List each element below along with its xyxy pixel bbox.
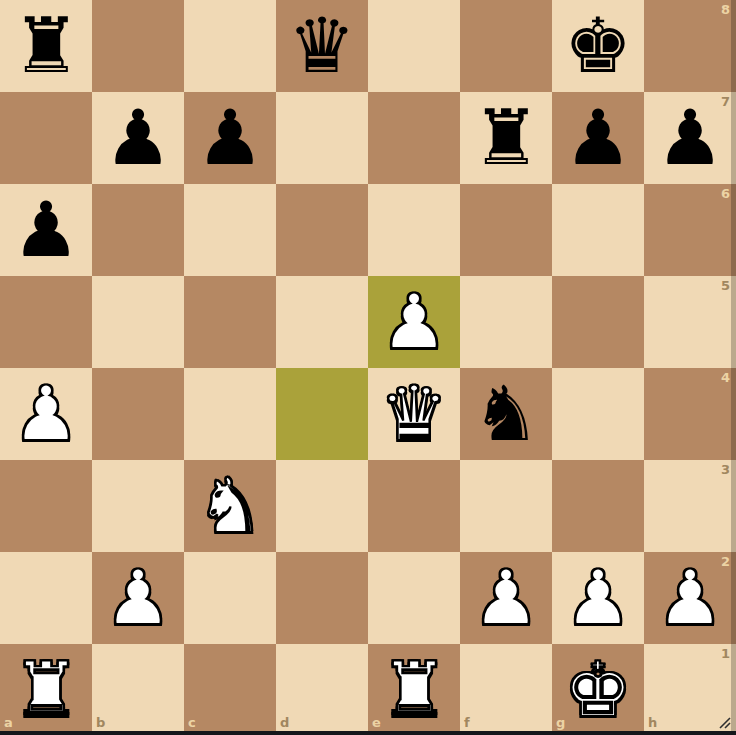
- coord-file-d: d: [280, 716, 289, 729]
- square-f5[interactable]: [460, 276, 552, 368]
- piece-white-rook[interactable]: ♜: [12, 644, 80, 735]
- square-d5[interactable]: [276, 276, 368, 368]
- square-e2[interactable]: [368, 552, 460, 644]
- square-b4[interactable]: [92, 368, 184, 460]
- square-e5[interactable]: ♟: [368, 276, 460, 368]
- square-g2[interactable]: ♟: [552, 552, 644, 644]
- square-b1[interactable]: b: [92, 644, 184, 735]
- square-h4[interactable]: 4: [644, 368, 736, 460]
- piece-white-pawn[interactable]: ♟: [104, 552, 172, 644]
- piece-white-pawn[interactable]: ♟: [472, 552, 540, 644]
- square-b5[interactable]: [92, 276, 184, 368]
- piece-black-queen[interactable]: ♛: [288, 0, 356, 92]
- coord-file-b: b: [96, 716, 105, 729]
- square-d6[interactable]: [276, 184, 368, 276]
- coord-rank-3: 3: [721, 463, 730, 476]
- square-b6[interactable]: [92, 184, 184, 276]
- square-d2[interactable]: [276, 552, 368, 644]
- bottom-bar: [0, 731, 736, 735]
- piece-black-pawn[interactable]: ♟: [656, 92, 724, 184]
- square-h8[interactable]: 8: [644, 0, 736, 92]
- coord-rank-6: 6: [721, 187, 730, 200]
- square-f4[interactable]: ♞: [460, 368, 552, 460]
- square-f6[interactable]: [460, 184, 552, 276]
- square-f7[interactable]: ♜: [460, 92, 552, 184]
- square-a3[interactable]: [0, 460, 92, 552]
- square-g4[interactable]: [552, 368, 644, 460]
- square-c4[interactable]: [184, 368, 276, 460]
- piece-black-pawn[interactable]: ♟: [564, 92, 632, 184]
- square-a6[interactable]: ♟: [0, 184, 92, 276]
- piece-black-pawn[interactable]: ♟: [104, 92, 172, 184]
- piece-black-rook[interactable]: ♜: [12, 0, 80, 92]
- square-d1[interactable]: d: [276, 644, 368, 735]
- square-c5[interactable]: [184, 276, 276, 368]
- square-a2[interactable]: [0, 552, 92, 644]
- square-a7[interactable]: [0, 92, 92, 184]
- square-d4[interactable]: [276, 368, 368, 460]
- square-d3[interactable]: [276, 460, 368, 552]
- square-h5[interactable]: 5: [644, 276, 736, 368]
- square-b3[interactable]: [92, 460, 184, 552]
- square-c6[interactable]: [184, 184, 276, 276]
- square-g1[interactable]: g♚: [552, 644, 644, 735]
- square-a5[interactable]: [0, 276, 92, 368]
- square-g8[interactable]: ♚: [552, 0, 644, 92]
- piece-black-king[interactable]: ♚: [564, 0, 632, 92]
- coord-rank-4: 4: [721, 371, 730, 384]
- coord-file-c: c: [188, 716, 196, 729]
- square-e6[interactable]: [368, 184, 460, 276]
- coord-file-h: h: [648, 716, 657, 729]
- square-a8[interactable]: ♜: [0, 0, 92, 92]
- piece-white-queen[interactable]: ♛: [380, 368, 448, 460]
- piece-white-pawn[interactable]: ♟: [380, 276, 448, 368]
- coord-rank-5: 5: [721, 279, 730, 292]
- coord-file-f: f: [464, 716, 470, 729]
- square-c8[interactable]: [184, 0, 276, 92]
- chess-board: ♜♛♚8♟♟♜♟7♟♟6♟5♟♛♞4♞3♟♟♟2♟a♜bcde♜fg♚1h: [0, 0, 736, 735]
- square-e4[interactable]: ♛: [368, 368, 460, 460]
- square-d8[interactable]: ♛: [276, 0, 368, 92]
- square-e7[interactable]: [368, 92, 460, 184]
- piece-black-pawn[interactable]: ♟: [196, 92, 264, 184]
- square-c3[interactable]: ♞: [184, 460, 276, 552]
- square-f8[interactable]: [460, 0, 552, 92]
- piece-black-knight[interactable]: ♞: [472, 368, 540, 460]
- square-f1[interactable]: f: [460, 644, 552, 735]
- piece-white-pawn[interactable]: ♟: [564, 552, 632, 644]
- square-b8[interactable]: [92, 0, 184, 92]
- square-g7[interactable]: ♟: [552, 92, 644, 184]
- square-h7[interactable]: 7♟: [644, 92, 736, 184]
- square-g3[interactable]: [552, 460, 644, 552]
- square-c2[interactable]: [184, 552, 276, 644]
- piece-white-king[interactable]: ♚: [564, 644, 632, 735]
- square-e3[interactable]: [368, 460, 460, 552]
- coord-rank-8: 8: [721, 3, 730, 16]
- square-a4[interactable]: ♟: [0, 368, 92, 460]
- square-c7[interactable]: ♟: [184, 92, 276, 184]
- piece-white-pawn[interactable]: ♟: [12, 368, 80, 460]
- piece-black-pawn[interactable]: ♟: [12, 184, 80, 276]
- square-h6[interactable]: 6: [644, 184, 736, 276]
- piece-black-rook[interactable]: ♜: [472, 92, 540, 184]
- piece-white-pawn[interactable]: ♟: [656, 552, 724, 644]
- piece-white-rook[interactable]: ♜: [380, 644, 448, 735]
- coord-rank-1: 1: [721, 647, 730, 660]
- square-b2[interactable]: ♟: [92, 552, 184, 644]
- square-d7[interactable]: [276, 92, 368, 184]
- square-f2[interactable]: ♟: [460, 552, 552, 644]
- square-c1[interactable]: c: [184, 644, 276, 735]
- square-b7[interactable]: ♟: [92, 92, 184, 184]
- chess-board-grid: ♜♛♚8♟♟♜♟7♟♟6♟5♟♛♞4♞3♟♟♟2♟a♜bcde♜fg♚1h: [0, 0, 736, 735]
- square-g6[interactable]: [552, 184, 644, 276]
- square-f3[interactable]: [460, 460, 552, 552]
- square-e8[interactable]: [368, 0, 460, 92]
- square-g5[interactable]: [552, 276, 644, 368]
- resize-handle-icon[interactable]: [718, 715, 732, 729]
- piece-white-knight[interactable]: ♞: [196, 460, 264, 552]
- square-h3[interactable]: 3: [644, 460, 736, 552]
- square-e1[interactable]: e♜: [368, 644, 460, 735]
- square-h2[interactable]: 2♟: [644, 552, 736, 644]
- square-a1[interactable]: a♜: [0, 644, 92, 735]
